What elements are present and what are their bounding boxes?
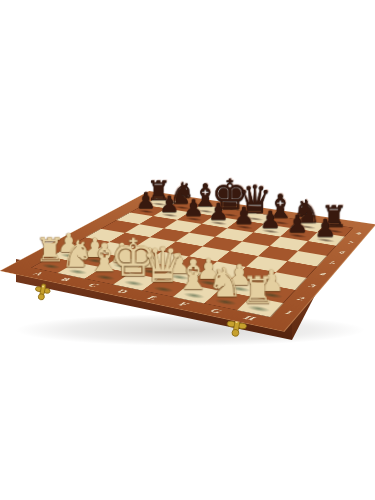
- rank-label-4: 4: [315, 271, 331, 277]
- cast-shadow: [15, 314, 365, 346]
- rank-label-5: 5: [325, 260, 340, 266]
- rank-label-6: 6: [334, 250, 349, 255]
- rank-label-3: 3: [304, 283, 321, 290]
- rank-label-7: 7: [343, 240, 357, 245]
- rank-label-2: 2: [292, 295, 309, 302]
- piece-white-rook-h1: ♜: [222, 272, 294, 309]
- piece-black-pawn-h7: ♟: [296, 216, 355, 241]
- product-photo-stage: ABCDEFGH12345678♜♞♝♚♛♝♞♜♟♟♟♟♟♟♟♟♟♟♟♟♟♟♟♟…: [0, 0, 375, 500]
- rank-label-1: 1: [280, 309, 298, 317]
